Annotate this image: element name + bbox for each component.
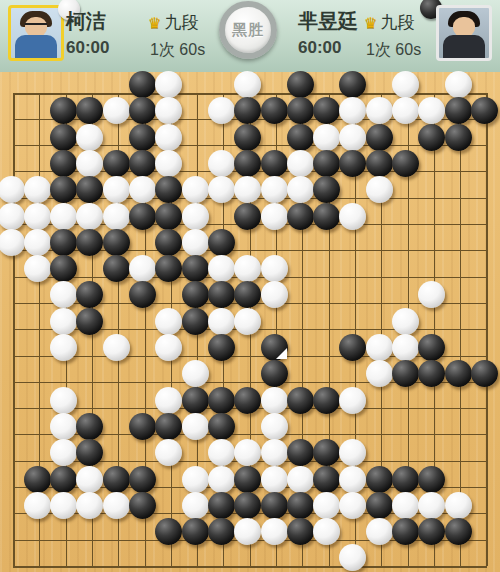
white-stone[interactable] [24, 255, 51, 282]
black-stone[interactable] [261, 97, 288, 124]
black-stone[interactable] [50, 229, 77, 256]
white-stone[interactable] [418, 97, 445, 124]
white-stone[interactable] [155, 387, 182, 414]
black-stone[interactable] [129, 466, 156, 493]
white-stone[interactable] [0, 176, 25, 203]
black-stone[interactable] [182, 387, 209, 414]
black-stone[interactable] [182, 308, 209, 335]
white-stone[interactable] [366, 518, 393, 545]
black-stone[interactable] [208, 492, 235, 519]
black-stone[interactable] [287, 439, 314, 466]
black-stone[interactable] [366, 466, 393, 493]
white-stone[interactable] [155, 150, 182, 177]
white-stone[interactable] [208, 466, 235, 493]
black-stone[interactable] [50, 124, 77, 151]
white-stone[interactable] [234, 71, 261, 98]
white-stone[interactable] [76, 124, 103, 151]
black-stone[interactable] [471, 360, 498, 387]
white-stone[interactable] [208, 150, 235, 177]
stones-layer[interactable] [0, 0, 500, 572]
white-stone[interactable] [208, 97, 235, 124]
white-stone[interactable] [392, 492, 419, 519]
black-stone[interactable] [208, 229, 235, 256]
white-stone[interactable] [418, 281, 445, 308]
white-stone[interactable] [261, 466, 288, 493]
black-stone[interactable] [50, 176, 77, 203]
white-stone[interactable] [24, 203, 51, 230]
black-stone[interactable] [313, 439, 340, 466]
white-stone[interactable] [0, 203, 25, 230]
black-stone[interactable] [261, 150, 288, 177]
black-stone[interactable] [234, 150, 261, 177]
white-stone[interactable] [339, 203, 366, 230]
black-stone[interactable] [208, 281, 235, 308]
black-stone[interactable] [76, 308, 103, 335]
black-stone[interactable] [129, 492, 156, 519]
black-stone[interactable] [418, 124, 445, 151]
black-stone[interactable] [234, 387, 261, 414]
white-stone[interactable] [129, 255, 156, 282]
go-match-screen: 柯洁 60:00 ♛九段 1次 60s 黑胜 芈昱廷 60:00 ♛九段 1次 … [0, 0, 500, 572]
black-stone[interactable] [287, 124, 314, 151]
black-stone[interactable] [24, 466, 51, 493]
black-stone[interactable] [103, 229, 130, 256]
white-stone[interactable] [50, 387, 77, 414]
black-stone[interactable] [471, 97, 498, 124]
black-stone[interactable] [392, 150, 419, 177]
black-stone[interactable] [339, 334, 366, 361]
white-stone[interactable] [50, 492, 77, 519]
black-stone[interactable] [366, 492, 393, 519]
black-stone[interactable] [339, 71, 366, 98]
black-stone[interactable] [418, 466, 445, 493]
white-stone[interactable] [76, 492, 103, 519]
white-stone[interactable] [261, 439, 288, 466]
black-stone[interactable] [445, 124, 472, 151]
white-stone[interactable] [50, 281, 77, 308]
black-stone[interactable] [392, 518, 419, 545]
black-stone[interactable] [418, 518, 445, 545]
black-stone[interactable] [129, 124, 156, 151]
black-stone[interactable] [418, 334, 445, 361]
white-stone[interactable] [182, 229, 209, 256]
black-stone[interactable] [50, 150, 77, 177]
white-stone[interactable] [50, 203, 77, 230]
black-stone[interactable] [182, 255, 209, 282]
black-stone[interactable] [234, 124, 261, 151]
white-stone[interactable] [313, 518, 340, 545]
black-stone[interactable] [103, 150, 130, 177]
black-stone[interactable] [129, 203, 156, 230]
white-stone[interactable] [339, 466, 366, 493]
white-stone[interactable] [392, 71, 419, 98]
white-stone[interactable] [261, 413, 288, 440]
white-stone[interactable] [24, 229, 51, 256]
white-stone[interactable] [103, 176, 130, 203]
white-stone[interactable] [182, 360, 209, 387]
white-stone[interactable] [182, 466, 209, 493]
black-stone[interactable] [182, 518, 209, 545]
black-stone[interactable] [313, 176, 340, 203]
white-stone[interactable] [261, 255, 288, 282]
white-stone[interactable] [76, 466, 103, 493]
white-stone[interactable] [339, 97, 366, 124]
white-stone[interactable] [261, 203, 288, 230]
white-stone[interactable] [366, 360, 393, 387]
white-stone[interactable] [50, 334, 77, 361]
black-stone[interactable] [155, 176, 182, 203]
white-stone[interactable] [339, 544, 366, 571]
white-stone[interactable] [418, 492, 445, 519]
white-stone[interactable] [261, 387, 288, 414]
white-stone[interactable] [339, 492, 366, 519]
black-stone[interactable] [208, 518, 235, 545]
black-stone[interactable] [287, 387, 314, 414]
white-stone[interactable] [182, 203, 209, 230]
white-stone[interactable] [24, 176, 51, 203]
black-stone[interactable] [445, 518, 472, 545]
white-stone[interactable] [339, 439, 366, 466]
black-stone[interactable] [76, 281, 103, 308]
black-stone[interactable] [234, 97, 261, 124]
white-stone[interactable] [103, 334, 130, 361]
white-stone[interactable] [261, 281, 288, 308]
white-stone[interactable] [234, 518, 261, 545]
black-stone[interactable] [445, 360, 472, 387]
black-stone[interactable] [234, 492, 261, 519]
white-stone[interactable] [155, 124, 182, 151]
black-stone[interactable] [287, 71, 314, 98]
white-stone[interactable] [234, 439, 261, 466]
white-stone[interactable] [50, 413, 77, 440]
black-stone[interactable] [129, 281, 156, 308]
white-stone[interactable] [155, 308, 182, 335]
black-stone[interactable] [129, 413, 156, 440]
white-stone[interactable] [313, 124, 340, 151]
black-stone[interactable] [392, 466, 419, 493]
black-stone[interactable] [339, 150, 366, 177]
black-stone[interactable] [155, 518, 182, 545]
white-stone[interactable] [366, 334, 393, 361]
white-stone[interactable] [155, 71, 182, 98]
black-stone[interactable] [313, 466, 340, 493]
black-stone[interactable] [155, 413, 182, 440]
white-stone[interactable] [76, 203, 103, 230]
white-stone[interactable] [392, 97, 419, 124]
black-stone[interactable] [155, 203, 182, 230]
last-move-marker [276, 348, 287, 359]
white-stone[interactable] [0, 229, 25, 256]
white-stone[interactable] [366, 176, 393, 203]
white-stone[interactable] [103, 203, 130, 230]
black-stone[interactable] [103, 466, 130, 493]
white-stone[interactable] [366, 97, 393, 124]
black-stone[interactable] [366, 150, 393, 177]
black-stone[interactable] [287, 97, 314, 124]
white-stone[interactable] [103, 492, 130, 519]
white-stone[interactable] [339, 124, 366, 151]
black-stone[interactable] [208, 413, 235, 440]
white-stone[interactable] [155, 439, 182, 466]
black-stone[interactable] [234, 203, 261, 230]
black-stone[interactable] [261, 360, 288, 387]
black-stone[interactable] [287, 518, 314, 545]
black-stone[interactable] [208, 387, 235, 414]
white-stone[interactable] [287, 466, 314, 493]
white-stone[interactable] [76, 150, 103, 177]
black-stone[interactable] [129, 150, 156, 177]
black-stone[interactable] [287, 492, 314, 519]
black-stone[interactable] [50, 97, 77, 124]
white-stone[interactable] [313, 492, 340, 519]
white-stone[interactable] [182, 176, 209, 203]
black-stone[interactable] [76, 413, 103, 440]
black-stone[interactable] [313, 150, 340, 177]
white-stone[interactable] [24, 492, 51, 519]
white-stone[interactable] [208, 176, 235, 203]
white-stone[interactable] [129, 176, 156, 203]
black-stone[interactable] [76, 439, 103, 466]
white-stone[interactable] [182, 413, 209, 440]
black-stone[interactable] [103, 255, 130, 282]
black-stone[interactable] [366, 124, 393, 151]
white-stone[interactable] [445, 71, 472, 98]
white-stone[interactable] [234, 255, 261, 282]
black-stone[interactable] [234, 281, 261, 308]
white-stone[interactable] [182, 492, 209, 519]
white-stone[interactable] [208, 308, 235, 335]
black-stone[interactable] [50, 466, 77, 493]
black-stone[interactable] [261, 492, 288, 519]
white-stone[interactable] [287, 150, 314, 177]
white-stone[interactable] [208, 439, 235, 466]
black-stone[interactable] [76, 176, 103, 203]
white-stone[interactable] [445, 492, 472, 519]
white-stone[interactable] [50, 439, 77, 466]
white-stone[interactable] [50, 308, 77, 335]
white-stone[interactable] [392, 334, 419, 361]
black-stone[interactable] [155, 255, 182, 282]
white-stone[interactable] [155, 334, 182, 361]
white-stone[interactable] [234, 176, 261, 203]
black-stone[interactable] [208, 334, 235, 361]
white-stone[interactable] [339, 387, 366, 414]
black-stone[interactable] [445, 97, 472, 124]
black-stone[interactable] [313, 203, 340, 230]
black-stone[interactable] [234, 466, 261, 493]
black-stone[interactable] [287, 203, 314, 230]
black-stone[interactable] [76, 229, 103, 256]
black-stone[interactable] [261, 334, 288, 361]
black-stone[interactable] [50, 255, 77, 282]
white-stone[interactable] [287, 176, 314, 203]
white-stone[interactable] [234, 308, 261, 335]
black-stone[interactable] [313, 387, 340, 414]
white-stone[interactable] [392, 308, 419, 335]
white-stone[interactable] [103, 97, 130, 124]
black-stone[interactable] [392, 360, 419, 387]
white-stone[interactable] [261, 176, 288, 203]
black-stone[interactable] [76, 97, 103, 124]
black-stone[interactable] [313, 97, 340, 124]
white-stone[interactable] [208, 255, 235, 282]
black-stone[interactable] [418, 360, 445, 387]
black-stone[interactable] [155, 229, 182, 256]
black-stone[interactable] [129, 97, 156, 124]
white-stone[interactable] [261, 518, 288, 545]
black-stone[interactable] [129, 71, 156, 98]
white-stone[interactable] [155, 97, 182, 124]
black-stone[interactable] [182, 281, 209, 308]
